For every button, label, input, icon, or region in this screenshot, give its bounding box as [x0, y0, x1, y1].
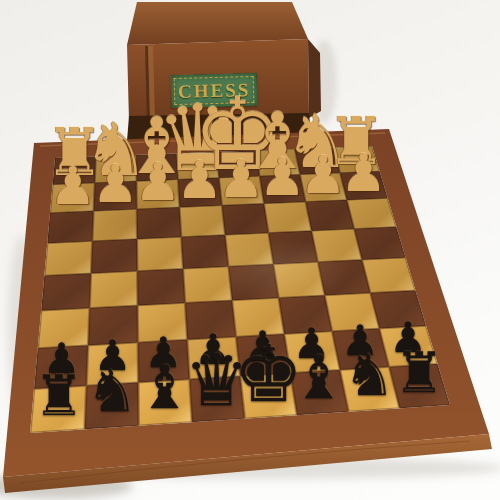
chess-piece-light-p[interactable]: ♟ [92, 158, 139, 210]
chess-piece-light-p[interactable]: ♟ [49, 160, 96, 212]
photo-stage: CHESS ♜♞♝♛♚♝♞♜♟♟♟♟♟♟♟♟♟♟♟♟♟♟♟♟♜♞♝♛♚♝♞♜ [0, 0, 500, 500]
chess-piece-light-p[interactable]: ♟ [340, 148, 387, 200]
chess-piece-light-p[interactable]: ♟ [176, 155, 223, 207]
chess-piece-light-p[interactable]: ♟ [218, 153, 265, 205]
chess-piece-light-p[interactable]: ♟ [134, 156, 181, 208]
chess-piece-dark-n[interactable]: ♞ [86, 363, 138, 421]
chess-piece-dark-b[interactable]: ♝ [292, 347, 346, 407]
chess-piece-dark-r[interactable]: ♜ [394, 344, 444, 400]
chess-piece-light-p[interactable]: ♟ [259, 151, 306, 203]
piece-layer: ♜♞♝♛♚♝♞♜♟♟♟♟♟♟♟♟♟♟♟♟♟♟♟♟♜♞♝♛♚♝♞♜ [0, 0, 500, 500]
chess-piece-dark-r[interactable]: ♜ [34, 368, 84, 424]
chess-piece-dark-n[interactable]: ♞ [343, 346, 395, 404]
